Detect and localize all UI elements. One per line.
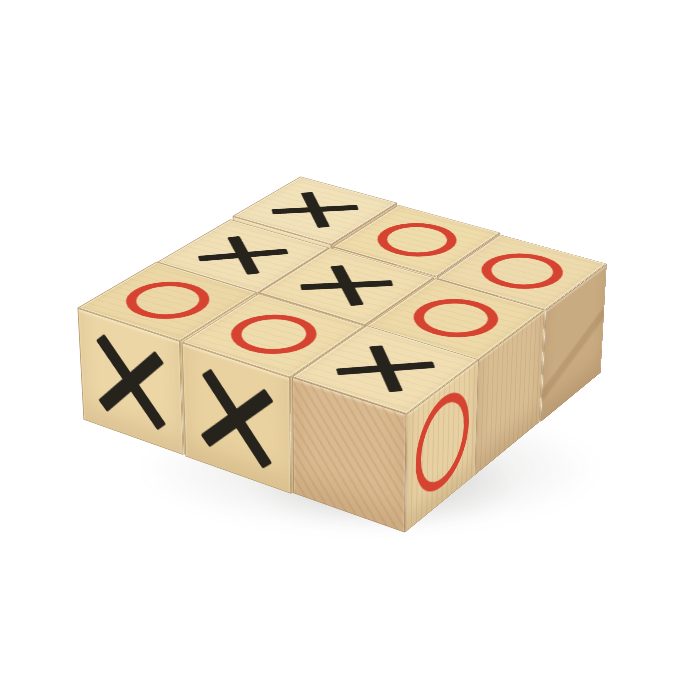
wood-grain [541,265,606,421]
o-mark [398,292,514,345]
x-mark [86,319,176,444]
product-photo-scene [0,0,700,700]
x-mark [190,354,283,482]
cube-front-face [292,377,407,533]
o-mark [214,307,333,361]
tic-tac-toe-board [80,180,604,414]
cube-right-face [541,264,607,422]
